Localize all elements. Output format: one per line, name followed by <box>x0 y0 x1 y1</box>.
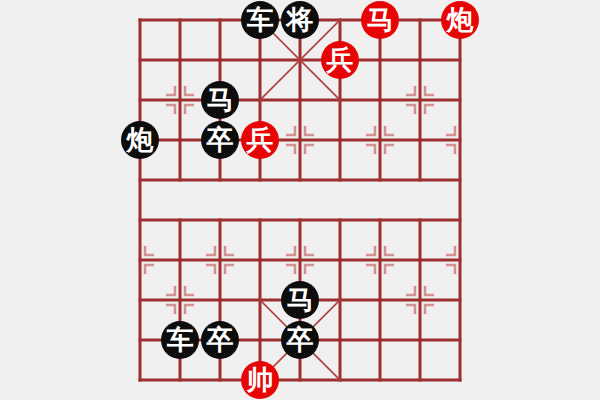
xiangqi-app: 车将马炮兵马炮卒兵马车卒卒帅 <box>0 0 600 400</box>
piece-black-soldier[interactable]: 卒 <box>281 321 319 359</box>
piece-black-soldier[interactable]: 卒 <box>201 321 239 359</box>
piece-red-soldier[interactable]: 兵 <box>321 41 359 79</box>
piece-black-chariot[interactable]: 车 <box>161 321 199 359</box>
piece-black-chariot[interactable]: 车 <box>241 1 279 39</box>
piece-black-general[interactable]: 将 <box>281 1 319 39</box>
piece-red-general[interactable]: 帅 <box>241 361 279 399</box>
piece-black-cannon[interactable]: 炮 <box>121 121 159 159</box>
piece-red-soldier[interactable]: 兵 <box>241 121 279 159</box>
piece-red-horse[interactable]: 马 <box>361 1 399 39</box>
piece-black-horse[interactable]: 马 <box>281 281 319 319</box>
piece-red-cannon[interactable]: 炮 <box>441 1 479 39</box>
piece-black-soldier[interactable]: 卒 <box>201 121 239 159</box>
piece-black-horse[interactable]: 马 <box>201 81 239 119</box>
xiangqi-board[interactable]: 车将马炮兵马炮卒兵马车卒卒帅 <box>120 0 480 400</box>
